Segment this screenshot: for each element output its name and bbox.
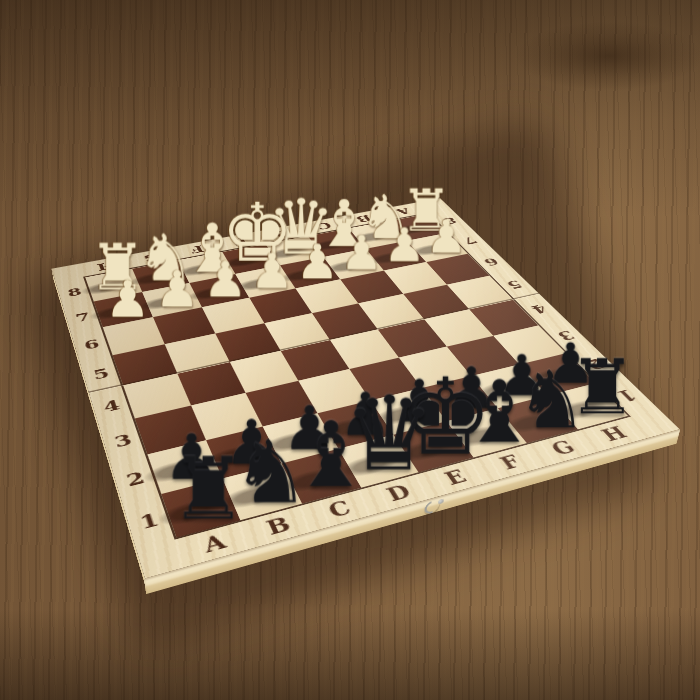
coordinate-label: E [441, 467, 470, 488]
coordinate-label: 2 [582, 357, 607, 372]
screw-icon [438, 499, 444, 505]
coordinate-label: 6 [82, 337, 100, 351]
piece-shadow [219, 252, 269, 270]
coordinate-label: 7 [460, 235, 480, 245]
coordinate-label: F [496, 452, 524, 472]
coordinate-label: 4 [528, 303, 551, 316]
coordinate-label: 4 [101, 397, 121, 414]
coordinate-label: D [383, 481, 414, 503]
piece-shadow [306, 236, 355, 253]
piece-shadow [142, 455, 209, 487]
coordinate-label: 3 [554, 329, 578, 343]
coordinate-label: G [547, 437, 578, 457]
coordinate-label: 2 [124, 468, 147, 488]
piece-shadow [521, 365, 581, 390]
coordinate-label: 1 [137, 509, 161, 532]
piece-shadow [218, 479, 287, 513]
piece-shadow [88, 302, 142, 323]
piece-shadow [80, 278, 132, 297]
coordinate-label: 6 [481, 256, 502, 267]
coordinate-label: B [354, 213, 374, 223]
wood-table-background: HGFEDCBA8♜♞♝♚♛♝♞♜87♟♟♟♟♟♟♟♟7665544332♟♟♟… [0, 0, 700, 700]
coordinate-label: 3 [112, 431, 133, 450]
piece-shadow [137, 293, 190, 313]
coordinate-label: C [325, 497, 354, 520]
coordinate-label: 8 [440, 216, 459, 226]
coordinate-label: H [597, 424, 630, 444]
square-a6 [103, 317, 165, 355]
coordinate-label: F [188, 244, 205, 255]
piece-shadow [185, 283, 237, 303]
piece-shadow [447, 422, 511, 451]
coordinate-label: 8 [66, 286, 83, 298]
piece-shadow [232, 275, 284, 294]
piece-shadow [127, 269, 178, 288]
piece-shadow [278, 464, 346, 496]
coordinate-label: C [314, 221, 333, 231]
square-a2: ♟ [147, 440, 222, 494]
coordinate-label: A [394, 206, 413, 216]
piece-shadow [263, 244, 312, 261]
coordinate-label: G [142, 252, 162, 264]
piece-shadow [174, 261, 225, 279]
piece-shadow [392, 436, 458, 466]
coordinate-label: D [272, 228, 292, 239]
piece-shadow [155, 495, 225, 530]
coordinate-label: 1 [613, 387, 640, 404]
coordinate-label: H [96, 260, 117, 272]
coordinate-label: 5 [91, 366, 110, 382]
coordinate-label: 7 [74, 310, 92, 323]
coordinate-label: B [263, 514, 293, 538]
coordinate-label: A [201, 531, 229, 555]
coordinate-label: E [231, 236, 249, 247]
coordinate-label: 5 [503, 279, 525, 291]
